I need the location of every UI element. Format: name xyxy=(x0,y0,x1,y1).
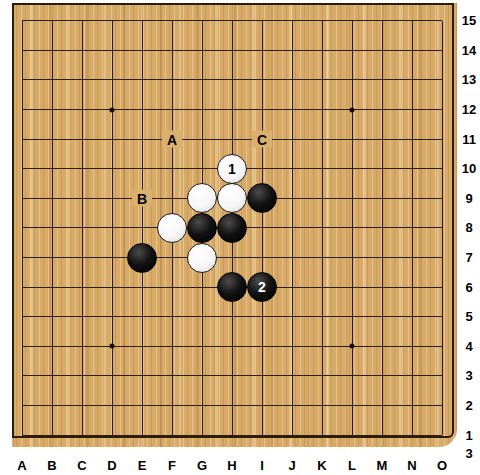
intersection-L15[interactable] xyxy=(337,6,367,36)
intersection-D4[interactable] xyxy=(97,332,127,362)
intersection-D10[interactable] xyxy=(97,154,127,184)
intersection-M15[interactable] xyxy=(367,6,397,36)
intersection-M11[interactable] xyxy=(367,124,397,154)
grid-line-v xyxy=(22,420,23,435)
intersection-M1[interactable] xyxy=(367,420,397,450)
intersection-A5[interactable] xyxy=(7,302,37,332)
intersection-H11[interactable] xyxy=(217,124,247,154)
grid-line-v xyxy=(202,154,203,184)
intersection-M4[interactable] xyxy=(367,332,397,362)
intersection-A2[interactable] xyxy=(7,391,37,421)
intersection-A14[interactable] xyxy=(7,36,37,66)
grid-line-v xyxy=(292,21,293,36)
intersection-G2[interactable] xyxy=(187,391,217,421)
intersection-H6[interactable] xyxy=(217,272,247,302)
stone-black-G8 xyxy=(187,213,217,243)
grid-line-v xyxy=(262,95,263,125)
intersection-K1[interactable] xyxy=(307,420,337,450)
grid-line-v xyxy=(202,65,203,95)
stone-black-E7 xyxy=(127,243,157,273)
intersection-N11[interactable] xyxy=(397,124,427,154)
grid-line-v xyxy=(52,124,53,154)
intersection-K12[interactable] xyxy=(307,95,337,125)
intersection-G7[interactable] xyxy=(187,243,217,273)
grid-line-v xyxy=(352,302,353,332)
intersection-F6[interactable] xyxy=(157,272,187,302)
intersection-M7[interactable] xyxy=(367,243,397,273)
intersection-K11[interactable] xyxy=(307,124,337,154)
intersection-J4[interactable] xyxy=(277,332,307,362)
intersection-K3[interactable] xyxy=(307,361,337,391)
intersection-J5[interactable] xyxy=(277,302,307,332)
intersection-N14[interactable] xyxy=(397,36,427,66)
intersection-O2[interactable] xyxy=(427,391,457,421)
intersection-E9[interactable]: B xyxy=(127,184,157,214)
grid-line-v xyxy=(412,213,413,243)
intersection-N5[interactable] xyxy=(397,302,427,332)
intersection-C10[interactable] xyxy=(67,154,97,184)
intersection-A3[interactable] xyxy=(7,361,37,391)
intersection-J8[interactable] xyxy=(277,213,307,243)
grid-line-h xyxy=(427,227,442,228)
intersection-J15[interactable] xyxy=(277,6,307,36)
grid-line-v xyxy=(262,213,263,243)
intersection-N4[interactable] xyxy=(397,332,427,362)
intersection-I8[interactable] xyxy=(247,213,277,243)
intersection-D5[interactable] xyxy=(97,302,127,332)
intersection-H4[interactable] xyxy=(217,332,247,362)
intersection-A15[interactable] xyxy=(7,6,37,36)
intersection-G5[interactable] xyxy=(187,302,217,332)
grid-line-v xyxy=(82,65,83,95)
intersection-N9[interactable] xyxy=(397,184,427,214)
grid-line-v xyxy=(442,243,443,273)
intersection-G15[interactable] xyxy=(187,6,217,36)
intersection-H8[interactable] xyxy=(217,213,247,243)
intersection-H3[interactable] xyxy=(217,361,247,391)
intersection-B2[interactable] xyxy=(37,391,67,421)
grid-line-v xyxy=(82,21,83,36)
grid-line-v xyxy=(322,332,323,362)
intersection-H14[interactable] xyxy=(217,36,247,66)
grid-line-v xyxy=(352,272,353,302)
intersection-M9[interactable] xyxy=(367,184,397,214)
intersection-F12[interactable] xyxy=(157,95,187,125)
intersection-C13[interactable] xyxy=(67,65,97,95)
grid-line-v xyxy=(22,65,23,95)
intersection-K8[interactable] xyxy=(307,213,337,243)
intersection-F5[interactable] xyxy=(157,302,187,332)
intersection-F13[interactable] xyxy=(157,65,187,95)
intersection-H2[interactable] xyxy=(217,391,247,421)
grid-line-v xyxy=(142,21,143,36)
star-point-D4 xyxy=(110,344,115,349)
intersection-E3[interactable] xyxy=(127,361,157,391)
intersection-N3[interactable] xyxy=(397,361,427,391)
grid-line-h xyxy=(22,287,37,288)
intersection-C2[interactable] xyxy=(67,391,97,421)
intersection-E7[interactable] xyxy=(127,243,157,273)
intersection-J7[interactable] xyxy=(277,243,307,273)
intersection-E10[interactable] xyxy=(127,154,157,184)
intersection-G14[interactable] xyxy=(187,36,217,66)
intersection-M2[interactable] xyxy=(367,391,397,421)
intersection-J6[interactable] xyxy=(277,272,307,302)
grid-line-v xyxy=(112,272,113,302)
intersection-M5[interactable] xyxy=(367,302,397,332)
intersection-E14[interactable] xyxy=(127,36,157,66)
intersection-F1[interactable] xyxy=(157,420,187,450)
intersection-K6[interactable] xyxy=(307,272,337,302)
intersection-L8[interactable] xyxy=(337,213,367,243)
intersection-N15[interactable] xyxy=(397,6,427,36)
intersection-F10[interactable] xyxy=(157,154,187,184)
intersection-C4[interactable] xyxy=(67,332,97,362)
intersection-L10[interactable] xyxy=(337,154,367,184)
intersection-N12[interactable] xyxy=(397,95,427,125)
intersection-M3[interactable] xyxy=(367,361,397,391)
intersection-B14[interactable] xyxy=(37,36,67,66)
stone-white-F8 xyxy=(157,213,187,243)
grid-line-v xyxy=(262,420,263,435)
intersection-M6[interactable] xyxy=(367,272,397,302)
grid-line-v xyxy=(382,391,383,421)
intersection-H10[interactable]: 1 xyxy=(217,154,247,184)
intersection-G1[interactable] xyxy=(187,420,217,450)
intersection-O12[interactable] xyxy=(427,95,457,125)
intersection-M14[interactable] xyxy=(367,36,397,66)
grid-line-v xyxy=(292,184,293,214)
intersection-D9[interactable] xyxy=(97,184,127,214)
grid-line-v xyxy=(142,302,143,332)
intersection-J12[interactable] xyxy=(277,95,307,125)
intersection-A7[interactable] xyxy=(7,243,37,273)
intersection-E8[interactable] xyxy=(127,213,157,243)
grid-line-h xyxy=(22,227,37,228)
intersection-G4[interactable] xyxy=(187,332,217,362)
grid-line-v xyxy=(352,361,353,391)
intersection-A1[interactable] xyxy=(7,420,37,450)
intersection-D13[interactable] xyxy=(97,65,127,95)
intersection-I11[interactable]: C xyxy=(247,124,277,154)
grid-line-v xyxy=(142,420,143,435)
grid-line-v xyxy=(382,332,383,362)
intersection-A6[interactable] xyxy=(7,272,37,302)
grid-line-v xyxy=(442,213,443,243)
intersection-I7[interactable] xyxy=(247,243,277,273)
grid-line-v xyxy=(442,124,443,154)
stone-black-I6: 2 xyxy=(247,272,277,302)
grid-line-v xyxy=(172,36,173,66)
intersection-C11[interactable] xyxy=(67,124,97,154)
intersection-D3[interactable] xyxy=(97,361,127,391)
intersection-F3[interactable] xyxy=(157,361,187,391)
intersection-K14[interactable] xyxy=(307,36,337,66)
grid-line-v xyxy=(412,184,413,214)
intersection-B3[interactable] xyxy=(37,361,67,391)
grid-line-v xyxy=(112,184,113,214)
grid-line-v xyxy=(292,124,293,154)
grid-line-v xyxy=(412,65,413,95)
intersection-C12[interactable] xyxy=(67,95,97,125)
intersection-H7[interactable] xyxy=(217,243,247,273)
intersection-N1[interactable] xyxy=(397,420,427,450)
intersection-A8[interactable] xyxy=(7,213,37,243)
grid-line-v xyxy=(442,391,443,421)
grid-line-v xyxy=(352,391,353,421)
intersection-O14[interactable] xyxy=(427,36,457,66)
intersection-G6[interactable] xyxy=(187,272,217,302)
intersection-I10[interactable] xyxy=(247,154,277,184)
intersection-K13[interactable] xyxy=(307,65,337,95)
intersection-N2[interactable] xyxy=(397,391,427,421)
intersection-A10[interactable] xyxy=(7,154,37,184)
intersection-B10[interactable] xyxy=(37,154,67,184)
intersection-D15[interactable] xyxy=(97,6,127,36)
intersection-D14[interactable] xyxy=(97,36,127,66)
intersection-E15[interactable] xyxy=(127,6,157,36)
intersection-E13[interactable] xyxy=(127,65,157,95)
grid-line-v xyxy=(22,361,23,391)
intersection-B5[interactable] xyxy=(37,302,67,332)
intersection-D8[interactable] xyxy=(97,213,127,243)
intersection-F11[interactable]: A xyxy=(157,124,187,154)
intersection-I14[interactable] xyxy=(247,36,277,66)
intersection-E6[interactable] xyxy=(127,272,157,302)
grid-line-v xyxy=(352,65,353,95)
intersection-C1[interactable] xyxy=(67,420,97,450)
intersection-D7[interactable] xyxy=(97,243,127,273)
intersection-J11[interactable] xyxy=(277,124,307,154)
intersection-M13[interactable] xyxy=(367,65,397,95)
intersection-K15[interactable] xyxy=(307,6,337,36)
grid-line-v xyxy=(82,420,83,435)
intersection-K4[interactable] xyxy=(307,332,337,362)
intersection-I13[interactable] xyxy=(247,65,277,95)
intersection-J10[interactable] xyxy=(277,154,307,184)
intersection-D6[interactable] xyxy=(97,272,127,302)
intersection-E1[interactable] xyxy=(127,420,157,450)
intersection-J13[interactable] xyxy=(277,65,307,95)
intersection-D1[interactable] xyxy=(97,420,127,450)
col-label-L: L xyxy=(337,457,367,475)
intersection-I2[interactable] xyxy=(247,391,277,421)
intersection-B8[interactable] xyxy=(37,213,67,243)
intersection-O9[interactable] xyxy=(427,184,457,214)
intersection-A9[interactable] xyxy=(7,184,37,214)
intersection-I9[interactable] xyxy=(247,184,277,214)
intersection-L3[interactable] xyxy=(337,361,367,391)
intersection-J2[interactable] xyxy=(277,391,307,421)
intersection-O4[interactable] xyxy=(427,332,457,362)
intersection-C14[interactable] xyxy=(67,36,97,66)
intersection-O8[interactable] xyxy=(427,213,457,243)
grid-line-v xyxy=(142,65,143,95)
intersection-L11[interactable] xyxy=(337,124,367,154)
grid-line-v xyxy=(412,272,413,302)
grid-line-v xyxy=(112,302,113,332)
intersection-O7[interactable] xyxy=(427,243,457,273)
intersection-I1[interactable] xyxy=(247,420,277,450)
col-label-G: G xyxy=(187,457,217,475)
intersection-K5[interactable] xyxy=(307,302,337,332)
stone-black-H6 xyxy=(217,272,247,302)
intersection-F7[interactable] xyxy=(157,243,187,273)
intersection-A11[interactable] xyxy=(7,124,37,154)
intersection-A4[interactable] xyxy=(7,332,37,362)
intersection-K2[interactable] xyxy=(307,391,337,421)
intersection-G12[interactable] xyxy=(187,95,217,125)
intersection-B7[interactable] xyxy=(37,243,67,273)
intersection-K10[interactable] xyxy=(307,154,337,184)
intersection-M8[interactable] xyxy=(367,213,397,243)
grid-line-v xyxy=(412,36,413,66)
intersection-C3[interactable] xyxy=(67,361,97,391)
intersection-N7[interactable] xyxy=(397,243,427,273)
intersection-E12[interactable] xyxy=(127,95,157,125)
intersection-L12[interactable] xyxy=(337,95,367,125)
intersection-J1[interactable] xyxy=(277,420,307,450)
intersection-E4[interactable] xyxy=(127,332,157,362)
grid-line-v xyxy=(142,361,143,391)
intersection-L6[interactable] xyxy=(337,272,367,302)
grid-line-v xyxy=(292,154,293,184)
grid-line-v xyxy=(322,65,323,95)
col-label-A: A xyxy=(7,457,37,475)
intersection-K7[interactable] xyxy=(307,243,337,273)
intersection-I6[interactable]: 2 xyxy=(247,272,277,302)
intersection-C7[interactable] xyxy=(67,243,97,273)
grid-line-v xyxy=(262,154,263,184)
intersection-C8[interactable] xyxy=(67,213,97,243)
grid-line-v xyxy=(262,21,263,36)
intersection-B1[interactable] xyxy=(37,420,67,450)
intersection-I12[interactable] xyxy=(247,95,277,125)
intersection-L13[interactable] xyxy=(337,65,367,95)
intersection-L1[interactable] xyxy=(337,420,367,450)
intersection-F9[interactable] xyxy=(157,184,187,214)
intersection-H1[interactable] xyxy=(217,420,247,450)
intersection-I15[interactable] xyxy=(247,6,277,36)
intersection-C5[interactable] xyxy=(67,302,97,332)
intersection-N8[interactable] xyxy=(397,213,427,243)
intersection-E11[interactable] xyxy=(127,124,157,154)
intersection-B13[interactable] xyxy=(37,65,67,95)
intersection-F15[interactable] xyxy=(157,6,187,36)
intersection-J3[interactable] xyxy=(277,361,307,391)
intersection-G9[interactable] xyxy=(187,184,217,214)
intersection-H12[interactable] xyxy=(217,95,247,125)
intersection-J14[interactable] xyxy=(277,36,307,66)
intersection-N10[interactable] xyxy=(397,154,427,184)
intersection-D11[interactable] xyxy=(97,124,127,154)
intersection-H15[interactable] xyxy=(217,6,247,36)
grid-line-v xyxy=(172,65,173,95)
intersection-I5[interactable] xyxy=(247,302,277,332)
intersection-N6[interactable] xyxy=(397,272,427,302)
grid-line-v xyxy=(442,420,443,435)
grid-line-v xyxy=(112,420,113,435)
intersection-F14[interactable] xyxy=(157,36,187,66)
intersection-O13[interactable] xyxy=(427,65,457,95)
grid-line-h xyxy=(427,20,442,21)
intersection-G8[interactable] xyxy=(187,213,217,243)
intersection-N13[interactable] xyxy=(397,65,427,95)
intersection-A13[interactable] xyxy=(7,65,37,95)
grid-line-h xyxy=(427,435,442,436)
intersection-O3[interactable] xyxy=(427,361,457,391)
intersection-A12[interactable] xyxy=(7,95,37,125)
intersection-H13[interactable] xyxy=(217,65,247,95)
grid-line-v xyxy=(22,184,23,214)
intersection-E5[interactable] xyxy=(127,302,157,332)
intersection-D2[interactable] xyxy=(97,391,127,421)
intersection-G11[interactable] xyxy=(187,124,217,154)
grid-line-v xyxy=(52,332,53,362)
intersection-L4[interactable] xyxy=(337,332,367,362)
intersection-C15[interactable] xyxy=(67,6,97,36)
grid-line-v xyxy=(52,391,53,421)
intersection-H5[interactable] xyxy=(217,302,247,332)
intersection-O11[interactable] xyxy=(427,124,457,154)
intersection-L7[interactable] xyxy=(337,243,367,273)
grid-line-h xyxy=(22,198,37,199)
intersection-L2[interactable] xyxy=(337,391,367,421)
intersection-G10[interactable] xyxy=(187,154,217,184)
intersection-H9[interactable] xyxy=(217,184,247,214)
intersection-M12[interactable] xyxy=(367,95,397,125)
intersection-B11[interactable] xyxy=(37,124,67,154)
intersection-M10[interactable] xyxy=(367,154,397,184)
intersection-F2[interactable] xyxy=(157,391,187,421)
intersection-C9[interactable] xyxy=(67,184,97,214)
intersection-B15[interactable] xyxy=(37,6,67,36)
intersection-O5[interactable] xyxy=(427,302,457,332)
intersection-O10[interactable] xyxy=(427,154,457,184)
intersection-F4[interactable] xyxy=(157,332,187,362)
row-label-12: 12 xyxy=(458,95,480,125)
intersection-G3[interactable] xyxy=(187,361,217,391)
grid-line-v xyxy=(382,65,383,95)
grid-line-v xyxy=(112,36,113,66)
intersection-I3[interactable] xyxy=(247,361,277,391)
intersection-B12[interactable] xyxy=(37,95,67,125)
intersection-C6[interactable] xyxy=(67,272,97,302)
intersection-O15[interactable] xyxy=(427,6,457,36)
intersection-O1[interactable] xyxy=(427,420,457,450)
grid-line-v xyxy=(292,65,293,95)
intersection-K9[interactable] xyxy=(307,184,337,214)
intersection-J9[interactable] xyxy=(277,184,307,214)
grid-line-v xyxy=(352,213,353,243)
grid-line-v xyxy=(322,361,323,391)
intersection-B6[interactable] xyxy=(37,272,67,302)
intersection-O6[interactable] xyxy=(427,272,457,302)
intersection-E2[interactable] xyxy=(127,391,157,421)
intersection-B4[interactable] xyxy=(37,332,67,362)
grid-line-v xyxy=(142,124,143,154)
intersection-L9[interactable] xyxy=(337,184,367,214)
intersection-G13[interactable] xyxy=(187,65,217,95)
intersection-L14[interactable] xyxy=(337,36,367,66)
intersection-D12[interactable] xyxy=(97,95,127,125)
grid-line-v xyxy=(82,302,83,332)
intersection-L5[interactable] xyxy=(337,302,367,332)
intersection-I4[interactable] xyxy=(247,332,277,362)
intersection-F8[interactable] xyxy=(157,213,187,243)
intersection-B9[interactable] xyxy=(37,184,67,214)
grid-line-v xyxy=(412,21,413,36)
